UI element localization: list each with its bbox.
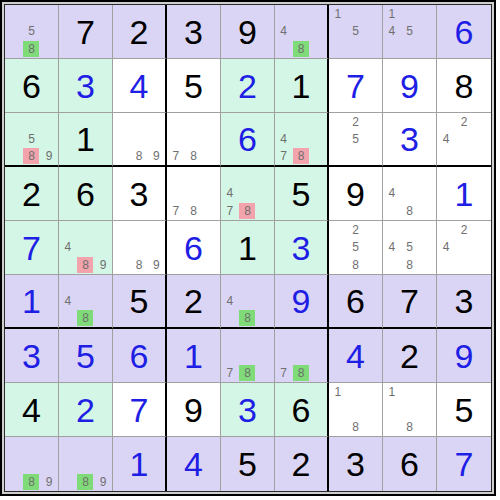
solved-digit: 7 [346, 69, 365, 103]
candidate-position-3 [310, 329, 327, 347]
cell-r2c6[interactable]: 1 [275, 59, 329, 113]
candidate-9: 9 [148, 257, 164, 273]
candidate-position-6 [310, 130, 327, 147]
cell-r8c4[interactable]: 9 [167, 383, 221, 437]
candidate-position-7 [329, 256, 347, 274]
candidate-5: 5 [401, 239, 417, 255]
cell-r8c5[interactable]: 3 [221, 383, 275, 437]
cell-r7c8[interactable]: 2 [383, 329, 437, 383]
candidate-position-4 [383, 401, 401, 419]
candidate-position-7: 7 [167, 202, 185, 220]
candidate-position-6 [364, 23, 382, 41]
candidate-5: 5 [23, 23, 39, 39]
given-digit: 3 [455, 284, 474, 318]
cell-r6c8[interactable]: 7 [383, 275, 437, 329]
candidate-position-2: 2 [347, 113, 365, 130]
cell-r5c5[interactable]: 1 [221, 221, 275, 275]
cell-r6c2[interactable]: 48 [59, 275, 113, 329]
candidate-position-2 [23, 437, 41, 455]
candidate-position-3 [364, 221, 382, 239]
candidate-position-4 [5, 23, 23, 41]
candidate-position-3 [418, 383, 436, 401]
cell-r1c6[interactable]: 48 [275, 5, 329, 59]
candidate-position-1 [275, 329, 292, 347]
candidate-position-8: 8 [239, 364, 257, 382]
candidate-position-2 [401, 221, 419, 239]
cell-r5c4[interactable]: 6 [167, 221, 221, 275]
candidate-grid: 89 [59, 437, 112, 491]
candidate-position-8: 8 [239, 202, 257, 220]
candidate-position-6 [40, 130, 58, 147]
candidate-7: 7 [168, 148, 184, 164]
given-digit: 3 [346, 447, 365, 481]
candidate-position-6 [40, 23, 58, 41]
candidate-4: 4 [276, 131, 292, 147]
candidate-8: 8 [131, 148, 147, 164]
candidate-position-8: 8 [130, 148, 147, 165]
cell-r3c9[interactable]: 24 [437, 113, 491, 167]
cell-r2c8[interactable]: 9 [383, 59, 437, 113]
candidate-position-9 [418, 418, 436, 436]
cell-r4c3[interactable]: 3 [113, 167, 167, 221]
candidate-position-4: 4 [275, 23, 292, 41]
cell-r3c1[interactable]: 589 [5, 113, 59, 167]
cell-r1c9[interactable]: 6 [437, 5, 491, 59]
candidate-position-7 [59, 256, 77, 274]
cell-r6c6[interactable]: 9 [275, 275, 329, 329]
candidate-8: 8 [401, 419, 417, 435]
candidate-position-3 [473, 113, 491, 130]
candidate-position-1 [59, 275, 77, 292]
candidate-position-2 [130, 113, 147, 130]
candidate-position-9 [418, 202, 436, 220]
cell-r9c4[interactable]: 4 [167, 437, 221, 491]
cell-r6c4[interactable]: 2 [167, 275, 221, 329]
candidate-position-2 [292, 5, 309, 23]
candidate-grid: 78 [221, 329, 274, 382]
cell-r3c5[interactable]: 6 [221, 113, 275, 167]
candidate-position-9 [256, 310, 274, 327]
cell-r7c9[interactable]: 9 [437, 329, 491, 383]
candidate-grid: 89 [5, 437, 58, 491]
candidate-position-6 [364, 239, 382, 257]
candidate-position-6 [256, 347, 274, 365]
cell-r4c5[interactable]: 478 [221, 167, 275, 221]
candidate-position-1 [5, 5, 23, 23]
candidate-position-5 [23, 455, 41, 473]
candidate-position-8: 8 [77, 310, 95, 327]
candidate-position-7 [275, 40, 292, 58]
candidate-position-4 [167, 185, 185, 203]
cell-r1c4[interactable]: 3 [167, 5, 221, 59]
candidate-position-7 [383, 256, 401, 274]
candidate-2: 2 [347, 114, 363, 130]
cell-r7c7[interactable]: 4 [329, 329, 383, 383]
cell-r8c7[interactable]: 18 [329, 383, 383, 437]
solved-digit: 1 [22, 284, 41, 318]
candidate-position-8: 8 [185, 202, 203, 220]
candidate-2: 2 [347, 222, 363, 238]
cell-r4c7[interactable]: 9 [329, 167, 383, 221]
candidate-position-8: 8 [292, 148, 309, 165]
candidate-position-4 [329, 130, 347, 147]
cell-r4c9[interactable]: 1 [437, 167, 491, 221]
cell-r7c3[interactable]: 6 [113, 329, 167, 383]
candidate-position-1: 1 [329, 383, 347, 401]
candidate-grid: 478 [275, 113, 327, 165]
candidate-position-8: 8 [185, 148, 203, 165]
cell-r8c1[interactable]: 4 [5, 383, 59, 437]
candidate-position-3 [148, 113, 165, 130]
cell-r3c8[interactable]: 3 [383, 113, 437, 167]
solved-digit: 2 [76, 393, 95, 427]
given-digit: 3 [130, 177, 149, 211]
candidate-position-5: 5 [401, 23, 419, 41]
cell-r7c2[interactable]: 5 [59, 329, 113, 383]
candidate-position-9: 9 [40, 148, 58, 165]
candidate-grid: 78 [167, 167, 220, 220]
sudoku-board-frame: 5872394815145663452179858918978647825324… [0, 0, 496, 496]
candidate-grid: 478 [221, 167, 274, 220]
cell-r4c6[interactable]: 5 [275, 167, 329, 221]
solved-digit: 6 [238, 122, 257, 156]
candidate-position-1 [383, 167, 401, 185]
candidate-position-1 [437, 221, 455, 239]
candidate-position-9 [310, 364, 327, 382]
candidate-grid: 48 [275, 5, 327, 58]
cell-r7c4[interactable]: 1 [167, 329, 221, 383]
candidate-position-9 [94, 310, 112, 327]
candidate-position-3 [148, 221, 165, 239]
solved-digit: 3 [292, 231, 311, 265]
candidate-position-1: 1 [383, 383, 401, 401]
candidate-4: 4 [222, 185, 238, 201]
cell-r9c6[interactable]: 2 [275, 437, 329, 491]
candidate-position-5 [77, 292, 95, 309]
given-digit: 5 [455, 393, 474, 427]
cell-r4c8[interactable]: 48 [383, 167, 437, 221]
cell-r2c3[interactable]: 4 [113, 59, 167, 113]
candidate-position-5 [77, 455, 95, 473]
candidate-position-8: 8 [292, 40, 309, 58]
candidate-8-highlight-red: 8 [23, 148, 39, 164]
cell-r9c7[interactable]: 3 [329, 437, 383, 491]
given-digit: 1 [76, 122, 95, 156]
candidate-position-4: 4 [383, 185, 401, 203]
cell-r3c4[interactable]: 78 [167, 113, 221, 167]
solved-digit: 6 [130, 339, 149, 373]
candidate-9: 9 [95, 474, 111, 490]
solved-digit: 9 [455, 339, 474, 373]
cell-r6c7[interactable]: 6 [329, 275, 383, 329]
candidate-position-6 [202, 130, 220, 147]
candidate-4: 4 [222, 293, 238, 309]
candidate-grid: 78 [167, 113, 220, 165]
candidate-position-6 [94, 292, 112, 309]
solved-digit: 6 [455, 15, 474, 49]
candidate-position-4 [221, 347, 239, 365]
candidate-position-9 [202, 148, 220, 165]
candidate-position-2: 2 [455, 113, 473, 130]
candidate-position-7 [59, 310, 77, 327]
cell-r8c9[interactable]: 5 [437, 383, 491, 437]
cell-r2c9[interactable]: 8 [437, 59, 491, 113]
solved-digit: 9 [400, 69, 419, 103]
cell-r1c3[interactable]: 2 [113, 5, 167, 59]
candidate-position-8: 8 [23, 148, 41, 165]
candidate-position-2 [77, 437, 95, 455]
candidate-grid: 58 [5, 5, 58, 58]
candidate-position-7 [329, 418, 347, 436]
candidate-position-5 [130, 130, 147, 147]
candidate-position-3 [256, 167, 274, 185]
cell-r5c6[interactable]: 3 [275, 221, 329, 275]
cell-r2c4[interactable]: 5 [167, 59, 221, 113]
candidate-position-8: 8 [130, 256, 147, 274]
candidate-9: 9 [41, 148, 57, 164]
candidate-position-9 [364, 40, 382, 58]
cell-r5c2[interactable]: 489 [59, 221, 113, 275]
solved-digit: 1 [184, 339, 203, 373]
candidate-position-7 [113, 256, 130, 274]
candidate-position-2 [292, 113, 309, 130]
candidate-grid: 145 [383, 5, 436, 58]
candidate-position-5 [185, 130, 203, 147]
given-digit: 6 [292, 393, 311, 427]
cell-r9c8[interactable]: 6 [383, 437, 437, 491]
cell-r3c7[interactable]: 25 [329, 113, 383, 167]
candidate-position-4: 4 [437, 130, 455, 147]
candidate-position-2 [401, 5, 419, 23]
cell-r6c3[interactable]: 5 [113, 275, 167, 329]
candidate-7: 7 [168, 203, 184, 219]
given-digit: 3 [184, 15, 203, 49]
candidate-4: 4 [60, 239, 76, 255]
solved-digit: 1 [455, 177, 474, 211]
candidate-position-5 [347, 401, 365, 419]
cell-r5c8[interactable]: 458 [383, 221, 437, 275]
candidate-2: 2 [456, 114, 472, 130]
candidate-position-2: 2 [455, 221, 473, 239]
cell-r1c1[interactable]: 58 [5, 5, 59, 59]
candidate-position-3 [202, 167, 220, 185]
cell-r8c3[interactable]: 7 [113, 383, 167, 437]
candidate-8: 8 [401, 257, 417, 273]
candidate-8: 8 [185, 148, 201, 164]
candidate-position-4: 4 [59, 292, 77, 309]
candidate-position-5 [292, 23, 309, 41]
cell-r9c2[interactable]: 89 [59, 437, 113, 491]
given-digit: 8 [455, 69, 474, 103]
candidate-position-3 [94, 221, 112, 239]
candidate-4: 4 [276, 23, 292, 39]
candidate-position-8: 8 [292, 364, 309, 382]
given-digit: 2 [22, 177, 41, 211]
candidate-position-9: 9 [94, 473, 112, 491]
candidate-8-highlight-green: 8 [293, 41, 309, 57]
candidate-4: 4 [384, 239, 400, 255]
candidate-position-3 [364, 5, 382, 23]
candidate-7: 7 [222, 203, 238, 219]
cell-r8c2[interactable]: 2 [59, 383, 113, 437]
candidate-position-2 [239, 275, 257, 292]
candidate-grid: 24 [437, 221, 491, 274]
cell-r2c7[interactable]: 7 [329, 59, 383, 113]
candidate-position-4: 4 [221, 185, 239, 203]
cell-r5c3[interactable]: 89 [113, 221, 167, 275]
candidate-2: 2 [456, 222, 472, 238]
candidate-position-4 [167, 130, 185, 147]
candidate-position-1 [437, 113, 455, 130]
solved-digit: 3 [76, 69, 95, 103]
cell-r7c6[interactable]: 78 [275, 329, 329, 383]
cell-r2c1[interactable]: 6 [5, 59, 59, 113]
cell-r9c3[interactable]: 1 [113, 437, 167, 491]
given-digit: 1 [292, 69, 311, 103]
candidate-position-9 [256, 364, 274, 382]
candidate-position-1 [59, 221, 77, 239]
candidate-position-5: 5 [347, 130, 365, 147]
candidate-position-8: 8 [347, 418, 365, 436]
candidate-grid: 89 [113, 113, 165, 165]
candidate-7: 7 [276, 148, 292, 164]
candidate-8: 8 [347, 257, 363, 273]
candidate-position-5: 5 [23, 130, 41, 147]
candidate-position-9 [202, 202, 220, 220]
candidate-position-8 [401, 40, 419, 58]
candidate-grid: 589 [5, 113, 58, 165]
solved-digit: 4 [346, 339, 365, 373]
candidate-grid: 89 [113, 221, 165, 274]
cell-r6c5[interactable]: 48 [221, 275, 275, 329]
candidate-position-9: 9 [40, 473, 58, 491]
cell-r1c2[interactable]: 7 [59, 5, 113, 59]
given-digit: 4 [22, 393, 41, 427]
given-digit: 9 [238, 15, 257, 49]
candidate-position-6 [310, 347, 327, 365]
candidate-position-1 [113, 221, 130, 239]
cell-r3c6[interactable]: 478 [275, 113, 329, 167]
candidate-position-3 [40, 5, 58, 23]
candidate-position-8 [455, 148, 473, 165]
candidate-position-1 [221, 167, 239, 185]
candidate-8: 8 [185, 203, 201, 219]
candidate-5: 5 [347, 239, 363, 255]
cell-r9c9[interactable]: 7 [437, 437, 491, 491]
candidate-grid: 78 [275, 329, 327, 382]
cell-r1c8[interactable]: 145 [383, 5, 437, 59]
solved-digit: 7 [455, 447, 474, 481]
cell-r9c5[interactable]: 5 [221, 437, 275, 491]
candidate-position-7: 7 [275, 148, 292, 165]
solved-digit: 9 [292, 284, 311, 318]
candidate-9: 9 [148, 148, 164, 164]
given-digit: 5 [130, 284, 149, 318]
solved-digit: 3 [22, 339, 41, 373]
candidate-position-8: 8 [77, 473, 95, 491]
cell-r3c2[interactable]: 1 [59, 113, 113, 167]
candidate-position-6 [256, 292, 274, 309]
cell-r5c9[interactable]: 24 [437, 221, 491, 275]
given-digit: 2 [292, 447, 311, 481]
cell-r3c3[interactable]: 89 [113, 113, 167, 167]
candidate-position-5 [292, 347, 309, 365]
candidate-8-highlight-green: 8 [77, 474, 93, 490]
candidate-position-4: 4 [59, 239, 77, 257]
given-digit: 6 [22, 69, 41, 103]
candidate-position-4 [113, 239, 130, 257]
candidate-5: 5 [347, 23, 363, 39]
candidate-position-9 [364, 418, 382, 436]
cell-r5c1[interactable]: 7 [5, 221, 59, 275]
candidate-position-5 [401, 401, 419, 419]
cell-r2c5[interactable]: 2 [221, 59, 275, 113]
candidate-position-4: 4 [275, 130, 292, 147]
cell-r4c1[interactable]: 2 [5, 167, 59, 221]
candidate-position-6 [418, 401, 436, 419]
given-digit: 5 [292, 177, 311, 211]
solved-digit: 5 [76, 339, 95, 373]
candidate-position-3 [202, 113, 220, 130]
cell-r8c8[interactable]: 18 [383, 383, 437, 437]
candidate-position-7 [113, 148, 130, 165]
candidate-position-9 [310, 40, 327, 58]
candidate-position-2 [401, 167, 419, 185]
given-digit: 5 [184, 69, 203, 103]
candidate-grid: 258 [329, 221, 382, 274]
candidate-position-3 [256, 329, 274, 347]
candidate-position-3 [40, 437, 58, 455]
cell-r8c6[interactable]: 6 [275, 383, 329, 437]
solved-digit: 7 [22, 231, 41, 265]
cell-r2c2[interactable]: 3 [59, 59, 113, 113]
candidate-position-2 [401, 383, 419, 401]
cell-r7c5[interactable]: 78 [221, 329, 275, 383]
candidate-position-2 [347, 383, 365, 401]
candidate-position-7 [383, 40, 401, 58]
candidate-grid: 15 [329, 5, 382, 58]
candidate-8-highlight-green: 8 [239, 365, 255, 381]
cell-r6c1[interactable]: 1 [5, 275, 59, 329]
candidate-position-9 [310, 148, 327, 165]
given-digit: 1 [238, 231, 257, 265]
candidate-position-7 [5, 148, 23, 165]
candidate-1: 1 [330, 384, 346, 400]
candidate-position-3 [418, 5, 436, 23]
candidate-position-1 [383, 221, 401, 239]
cell-r5c7[interactable]: 258 [329, 221, 383, 275]
candidate-position-4: 4 [383, 23, 401, 41]
candidate-position-4 [5, 455, 23, 473]
cell-r4c4[interactable]: 78 [167, 167, 221, 221]
cell-r9c1[interactable]: 89 [5, 437, 59, 491]
cell-r1c7[interactable]: 15 [329, 5, 383, 59]
cell-r6c9[interactable]: 3 [437, 275, 491, 329]
candidate-position-1 [221, 275, 239, 292]
cell-r1c5[interactable]: 9 [221, 5, 275, 59]
candidate-8-highlight-green: 8 [23, 474, 39, 490]
candidate-8-highlight-red: 8 [239, 203, 255, 219]
candidate-position-3 [418, 221, 436, 239]
candidate-position-7 [329, 40, 347, 58]
candidate-8-highlight-green: 8 [77, 310, 93, 326]
solved-digit: 3 [238, 393, 257, 427]
candidate-position-6 [473, 239, 491, 257]
candidate-position-6 [256, 185, 274, 203]
candidate-position-9: 9 [148, 148, 165, 165]
cell-r7c1[interactable]: 3 [5, 329, 59, 383]
cell-r4c2[interactable]: 6 [59, 167, 113, 221]
